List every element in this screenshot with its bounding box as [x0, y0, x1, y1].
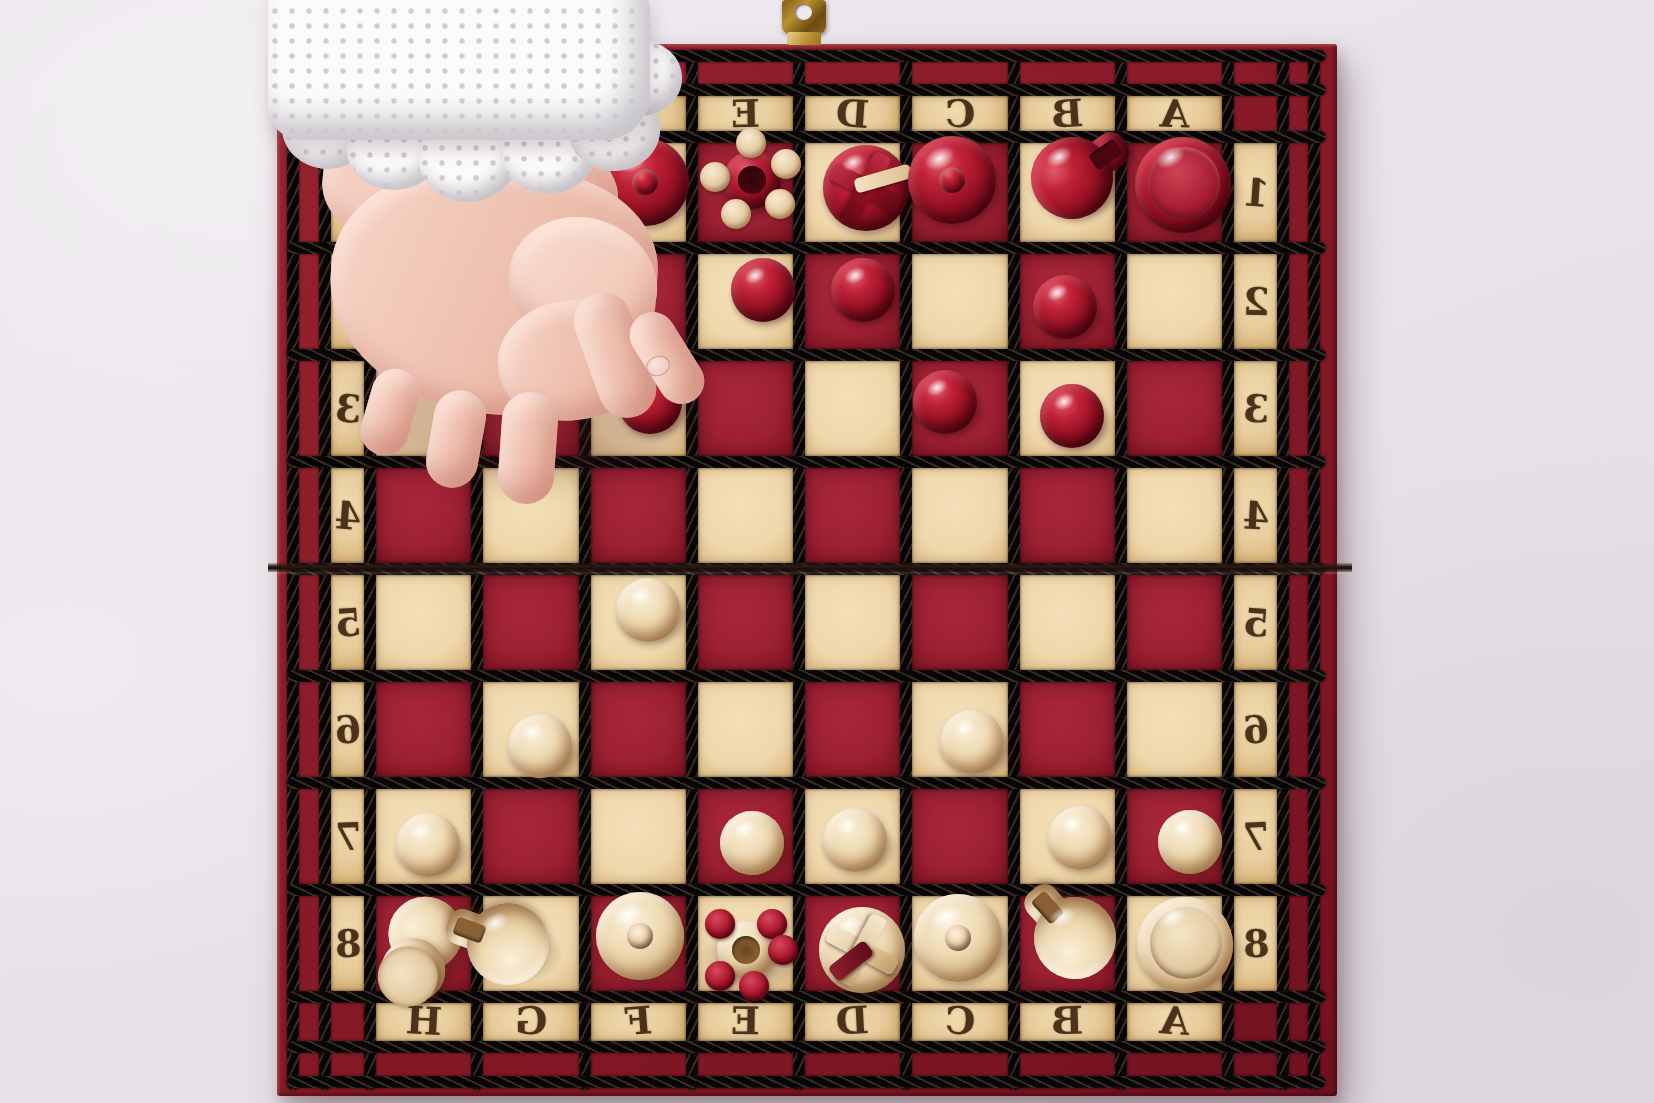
file-label-top-d: D — [802, 92, 903, 135]
file-label-bottom-b: B — [1017, 999, 1118, 1043]
lace-body — [268, 0, 650, 140]
rope-line-h9 — [287, 884, 1326, 896]
file-label-bottom-b-glyph: B — [1051, 1002, 1084, 1041]
file-label-top-a-glyph: A — [1159, 94, 1190, 133]
square-g7[interactable] — [479, 785, 582, 888]
file-label-top-b: B — [1017, 92, 1118, 135]
square-a2[interactable] — [1123, 250, 1226, 353]
square-d5[interactable] — [801, 571, 904, 674]
square-e3[interactable] — [694, 357, 797, 460]
rank-label-right-2-glyph: 2 — [1242, 282, 1269, 320]
rank-label-left-4: 4 — [327, 465, 369, 566]
file-label-bottom-h: H — [373, 999, 474, 1043]
file-label-bottom-a-glyph: A — [1158, 1001, 1190, 1041]
square-a5[interactable] — [1123, 571, 1226, 674]
file-label-bottom-d-glyph: D — [835, 1001, 870, 1041]
square-f7[interactable] — [587, 785, 690, 888]
rank-label-right-2: 2 — [1231, 251, 1281, 352]
rank-label-right-7: 7 — [1231, 786, 1281, 887]
file-label-top-e-glyph: E — [730, 94, 760, 133]
square-b4[interactable] — [1016, 464, 1119, 567]
square-c7[interactable] — [908, 785, 1011, 888]
file-label-bottom-c: C — [909, 999, 1010, 1043]
rank-label-right-4-glyph: 4 — [1242, 496, 1270, 535]
rank-label-right-6: 6 — [1231, 679, 1281, 780]
rank-label-left-5-glyph: 5 — [333, 603, 362, 643]
square-b6[interactable] — [1016, 678, 1119, 781]
square-g5[interactable] — [479, 571, 582, 674]
rank-label-left-5: 5 — [327, 572, 369, 673]
rank-label-left-6: 6 — [327, 679, 369, 780]
rank-label-right-4: 4 — [1231, 465, 1281, 566]
square-d3[interactable] — [801, 357, 904, 460]
file-label-bottom-c-glyph: C — [944, 1001, 976, 1040]
rank-label-left-7: 7 — [327, 786, 369, 887]
file-label-bottom-f-glyph: F — [623, 1001, 653, 1041]
file-label-bottom-g-glyph: G — [514, 1002, 547, 1040]
rank-label-left-3-glyph: 3 — [334, 389, 362, 428]
square-a4[interactable] — [1123, 464, 1226, 567]
square-f6[interactable] — [587, 678, 690, 781]
file-label-bottom-e: E — [695, 999, 796, 1043]
photo-scene: HHGGFFEEDDCCBBAA1122334455667788 — [0, 0, 1654, 1103]
square-a6[interactable] — [1123, 678, 1226, 781]
rank-label-left-7-glyph: 7 — [334, 817, 362, 856]
square-c2[interactable] — [908, 250, 1011, 353]
rank-label-right-3: 3 — [1231, 358, 1281, 459]
clasp-hole — [795, 4, 812, 20]
file-label-top-d-glyph: D — [835, 93, 871, 133]
clasp-catch — [787, 32, 821, 45]
square-e6[interactable] — [694, 678, 797, 781]
rank-label-right-5: 5 — [1231, 572, 1281, 673]
rank-label-right-3-glyph: 3 — [1242, 389, 1270, 428]
square-d6[interactable] — [801, 678, 904, 781]
square-c4[interactable] — [908, 464, 1011, 567]
square-d4[interactable] — [801, 464, 904, 567]
file-label-bottom-a: A — [1124, 999, 1225, 1043]
square-e4[interactable] — [694, 464, 797, 567]
rank-label-left-8-glyph: 8 — [334, 924, 361, 962]
file-label-bottom-g: G — [480, 999, 581, 1043]
file-label-bottom-f: F — [588, 999, 689, 1043]
rank-label-left-4-glyph: 4 — [333, 496, 362, 536]
rope-line-h12 — [287, 1076, 1326, 1088]
rope-line-h7 — [287, 670, 1326, 682]
square-f4[interactable] — [587, 464, 690, 567]
file-label-top-c: C — [909, 92, 1010, 135]
square-h5[interactable] — [372, 571, 475, 674]
rope-line-h8 — [287, 777, 1326, 789]
square-b5[interactable] — [1016, 571, 1119, 674]
rope-line-h11 — [287, 1041, 1326, 1053]
rank-label-right-6-glyph: 6 — [1241, 710, 1270, 750]
file-label-top-b-glyph: B — [1050, 94, 1084, 134]
square-e5[interactable] — [694, 571, 797, 674]
file-label-bottom-h-glyph: H — [405, 1001, 443, 1041]
rank-label-left-6-glyph: 6 — [334, 710, 362, 749]
file-label-top-c-glyph: C — [945, 94, 975, 132]
box-fold-seam — [268, 563, 1352, 572]
square-a3[interactable] — [1123, 357, 1226, 460]
brass-clasp-icon[interactable] — [779, 0, 833, 46]
square-h6[interactable] — [372, 678, 475, 781]
file-label-bottom-d: D — [802, 999, 903, 1043]
file-label-bottom-e-glyph: E — [731, 1002, 760, 1040]
square-c5[interactable] — [908, 571, 1011, 674]
rank-label-left-8: 8 — [327, 893, 369, 994]
rank-label-right-5-glyph: 5 — [1241, 603, 1270, 643]
rank-label-right-7-glyph: 7 — [1242, 817, 1270, 856]
lace-texture — [268, 0, 650, 140]
file-label-top-a: A — [1124, 92, 1225, 135]
